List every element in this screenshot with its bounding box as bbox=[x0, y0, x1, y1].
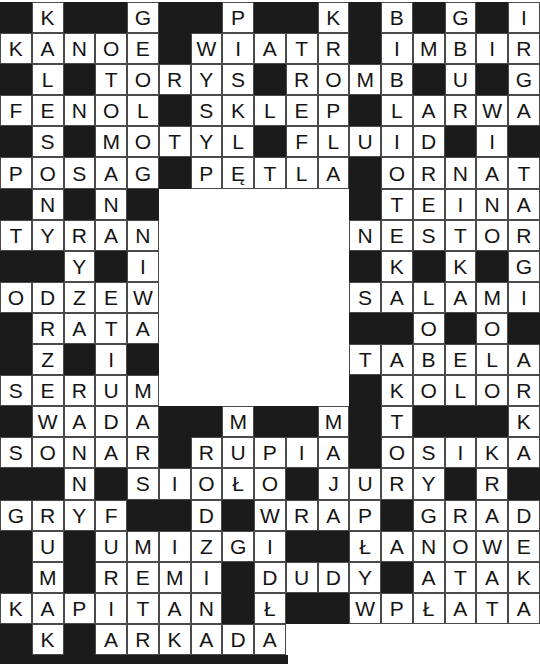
void-r8c7 bbox=[191, 220, 223, 251]
letter-cell-r3c6[interactable]: R bbox=[159, 64, 191, 95]
void-r7c7 bbox=[191, 189, 223, 220]
letter-cell-r1c2[interactable]: K bbox=[32, 2, 64, 33]
black-cell-r18c3 bbox=[64, 531, 96, 562]
letter-cell-r10c5[interactable]: W bbox=[127, 282, 159, 313]
letter-cell-r13c16[interactable]: O bbox=[476, 375, 508, 406]
letter-cell-r9c5[interactable]: I bbox=[127, 251, 159, 282]
letter-cell-r11c5[interactable]: A bbox=[127, 313, 159, 344]
void-r21c14 bbox=[413, 624, 445, 655]
letter-cell-r19c4[interactable]: R bbox=[95, 562, 127, 593]
void-r10c9 bbox=[254, 282, 286, 313]
letter-cell-r16c16[interactable]: R bbox=[476, 468, 508, 499]
letter-cell-r19c6[interactable]: M bbox=[159, 562, 191, 593]
letter-cell-r12c13[interactable]: A bbox=[381, 344, 413, 375]
letter-cell-r13c1[interactable]: S bbox=[0, 375, 32, 406]
black-cell-r6c6 bbox=[159, 157, 191, 188]
letter-cell-r21c5[interactable]: R bbox=[127, 624, 159, 655]
black-cell-r11c15 bbox=[445, 313, 477, 344]
letter-cell-r12c12[interactable]: T bbox=[349, 344, 381, 375]
letter-cell-r4c3[interactable]: N bbox=[64, 95, 96, 126]
letter-cell-r6c1[interactable]: P bbox=[0, 157, 32, 188]
void-r9c6 bbox=[159, 251, 191, 282]
letter-cell-r20c1[interactable]: K bbox=[0, 593, 32, 624]
letter-cell-r17c11[interactable]: A bbox=[318, 500, 350, 531]
letter-cell-r3c12[interactable]: M bbox=[349, 64, 381, 95]
letter-cell-r11c2[interactable]: R bbox=[32, 313, 64, 344]
letter-cell-r11c16[interactable]: O bbox=[476, 313, 508, 344]
letter-cell-r1c17[interactable]: I bbox=[508, 2, 540, 33]
letter-cell-r5c6[interactable]: T bbox=[159, 126, 191, 157]
void-r21c13 bbox=[381, 624, 413, 655]
letter-cell-r2c2[interactable]: A bbox=[32, 33, 64, 64]
letter-cell-r15c1[interactable]: S bbox=[0, 437, 32, 468]
letter-cell-r5c12[interactable]: U bbox=[349, 126, 381, 157]
letter-cell-r16c13[interactable]: R bbox=[381, 468, 413, 499]
letter-cell-r9c13[interactable]: K bbox=[381, 251, 413, 282]
letter-cell-r12c4[interactable]: I bbox=[95, 344, 127, 375]
letter-cell-r4c13[interactable]: L bbox=[381, 95, 413, 126]
void-r21c10 bbox=[286, 624, 318, 655]
letter-cell-r11c3[interactable]: A bbox=[64, 313, 96, 344]
letter-cell-r17c4[interactable]: F bbox=[95, 500, 127, 531]
letter-cell-r3c4[interactable]: T bbox=[95, 64, 127, 95]
void-r7c8 bbox=[222, 189, 254, 220]
black-cell-r11c1 bbox=[0, 313, 32, 344]
letter-cell-r10c3[interactable]: Z bbox=[64, 282, 96, 313]
void-r21c15 bbox=[445, 624, 477, 655]
letter-cell-r13c4[interactable]: U bbox=[95, 375, 127, 406]
letter-cell-r3c8[interactable]: S bbox=[222, 64, 254, 95]
black-cell-r17c5 bbox=[127, 500, 159, 531]
letter-cell-r10c14[interactable]: L bbox=[413, 282, 445, 313]
letter-cell-r4c15[interactable]: R bbox=[445, 95, 477, 126]
letter-cell-r19c10[interactable]: U bbox=[286, 562, 318, 593]
black-cell-r19c1 bbox=[0, 562, 32, 593]
letter-cell-r10c4[interactable]: E bbox=[95, 282, 127, 313]
letter-cell-r6c16[interactable]: A bbox=[476, 157, 508, 188]
letter-cell-r17c10[interactable]: R bbox=[286, 500, 318, 531]
letter-cell-r11c4[interactable]: T bbox=[95, 313, 127, 344]
letter-cell-r17c9[interactable]: W bbox=[254, 500, 286, 531]
letter-cell-r17c3[interactable]: Y bbox=[64, 500, 96, 531]
letter-cell-r16c14[interactable]: Y bbox=[413, 468, 445, 499]
letter-cell-r17c7[interactable]: D bbox=[191, 500, 223, 531]
letter-cell-r20c7[interactable]: N bbox=[191, 593, 223, 624]
letter-cell-r2c14[interactable]: M bbox=[413, 33, 445, 64]
letter-cell-r4c16[interactable]: W bbox=[476, 95, 508, 126]
letter-cell-r4c1[interactable]: F bbox=[0, 95, 32, 126]
letter-cell-r7c16[interactable]: N bbox=[476, 189, 508, 220]
black-cell-r13c12 bbox=[349, 375, 381, 406]
black-cell-r7c12 bbox=[349, 189, 381, 220]
black-cell-r9c16 bbox=[476, 251, 508, 282]
black-cell-r3c3 bbox=[64, 64, 96, 95]
letter-cell-r8c1[interactable]: T bbox=[0, 220, 32, 251]
crossword-board: KGPKBGIKANOEWIATRIMBIRLTORYSROMBUGFENOLS… bbox=[0, 2, 540, 655]
letter-cell-r3c7[interactable]: Y bbox=[191, 64, 223, 95]
letter-cell-r12c2[interactable]: Z bbox=[32, 344, 64, 375]
letter-cell-r20c15[interactable]: A bbox=[445, 593, 477, 624]
black-cell-r14c1 bbox=[0, 406, 32, 437]
letter-cell-r10c16[interactable]: M bbox=[476, 282, 508, 313]
letter-cell-r19c11[interactable]: D bbox=[318, 562, 350, 593]
black-cell-r14c14 bbox=[413, 406, 445, 437]
black-cell-r16c10 bbox=[286, 468, 318, 499]
letter-cell-r19c5[interactable]: E bbox=[127, 562, 159, 593]
letter-cell-r6c3[interactable]: S bbox=[64, 157, 96, 188]
black-cell-r1c9 bbox=[254, 2, 286, 33]
letter-cell-r5c7[interactable]: Y bbox=[191, 126, 223, 157]
letter-cell-r10c12[interactable]: S bbox=[349, 282, 381, 313]
letter-cell-r7c4[interactable]: N bbox=[95, 189, 127, 220]
letter-cell-r5c10[interactable]: F bbox=[286, 126, 318, 157]
black-cell-r16c4 bbox=[95, 468, 127, 499]
black-cell-r16c1 bbox=[0, 468, 32, 499]
letter-cell-r15c2[interactable]: O bbox=[32, 437, 64, 468]
letter-cell-r17c1[interactable]: G bbox=[0, 500, 32, 531]
letter-cell-r15c17[interactable]: A bbox=[508, 437, 540, 468]
void-r13c6 bbox=[159, 375, 191, 406]
letter-cell-r16c5[interactable]: S bbox=[127, 468, 159, 499]
letter-cell-r7c13[interactable]: T bbox=[381, 189, 413, 220]
black-cell-r9c14 bbox=[413, 251, 445, 282]
letter-cell-r15c7[interactable]: R bbox=[191, 437, 223, 468]
letter-cell-r9c17[interactable]: G bbox=[508, 251, 540, 282]
letter-cell-r6c10[interactable]: L bbox=[286, 157, 318, 188]
letter-cell-r19c17[interactable]: K bbox=[508, 562, 540, 593]
letter-cell-r6c13[interactable]: O bbox=[381, 157, 413, 188]
letter-cell-r21c7[interactable]: A bbox=[191, 624, 223, 655]
letter-cell-r4c9[interactable]: L bbox=[254, 95, 286, 126]
letter-cell-r8c2[interactable]: Y bbox=[32, 220, 64, 251]
letter-cell-r8c3[interactable]: R bbox=[64, 220, 96, 251]
black-cell-r5c1 bbox=[0, 126, 32, 157]
letter-cell-r8c14[interactable]: S bbox=[413, 220, 445, 251]
letter-cell-r16c3[interactable]: N bbox=[64, 468, 96, 499]
letter-cell-r4c17[interactable]: A bbox=[508, 95, 540, 126]
black-cell-r2c6 bbox=[159, 33, 191, 64]
letter-cell-r17c16[interactable]: A bbox=[476, 500, 508, 531]
letter-cell-r10c1[interactable]: O bbox=[0, 282, 32, 313]
letter-cell-r14c17[interactable]: K bbox=[508, 406, 540, 437]
letter-cell-r21c4[interactable]: A bbox=[95, 624, 127, 655]
letter-cell-r17c12[interactable]: P bbox=[349, 500, 381, 531]
void-r9c7 bbox=[191, 251, 223, 282]
letter-cell-r20c2[interactable]: A bbox=[32, 593, 64, 624]
letter-cell-r21c2[interactable]: K bbox=[32, 624, 64, 655]
black-cell-r7c3 bbox=[64, 189, 96, 220]
letter-cell-r8c17[interactable]: R bbox=[508, 220, 540, 251]
letter-cell-r16c6[interactable]: I bbox=[159, 468, 191, 499]
letter-cell-r14c3[interactable]: A bbox=[64, 406, 96, 437]
black-cell-r1c16 bbox=[476, 2, 508, 33]
void-r10c10 bbox=[286, 282, 318, 313]
letter-cell-r6c11[interactable]: A bbox=[318, 157, 350, 188]
black-cell-r14c16 bbox=[476, 406, 508, 437]
letter-cell-r3c10[interactable]: R bbox=[286, 64, 318, 95]
letter-cell-r5c13[interactable]: I bbox=[381, 126, 413, 157]
black-cell-r21c1 bbox=[0, 624, 32, 655]
letter-cell-r6c2[interactable]: O bbox=[32, 157, 64, 188]
letter-cell-r17c17[interactable]: D bbox=[508, 500, 540, 531]
letter-cell-r15c5[interactable]: R bbox=[127, 437, 159, 468]
black-cell-r1c3 bbox=[64, 2, 96, 33]
letter-cell-r13c17[interactable]: R bbox=[508, 375, 540, 406]
letter-cell-r8c12[interactable]: N bbox=[349, 220, 381, 251]
letter-cell-r2c13[interactable]: I bbox=[381, 33, 413, 64]
void-r12c10 bbox=[286, 344, 318, 375]
letter-cell-r2c10[interactable]: T bbox=[286, 33, 318, 64]
letter-cell-r2c15[interactable]: B bbox=[445, 33, 477, 64]
letter-cell-r5c16[interactable]: I bbox=[476, 126, 508, 157]
letter-cell-r18c6[interactable]: I bbox=[159, 531, 191, 562]
void-r11c11 bbox=[318, 313, 350, 344]
letter-cell-r8c16[interactable]: O bbox=[476, 220, 508, 251]
letter-cell-r6c15[interactable]: N bbox=[445, 157, 477, 188]
letter-cell-r13c14[interactable]: O bbox=[413, 375, 445, 406]
letter-cell-r13c2[interactable]: E bbox=[32, 375, 64, 406]
void-r11c10 bbox=[286, 313, 318, 344]
letter-cell-r6c7[interactable]: P bbox=[191, 157, 223, 188]
black-cell-r14c12 bbox=[349, 406, 381, 437]
letter-cell-r1c15[interactable]: G bbox=[445, 2, 477, 33]
void-r7c10 bbox=[286, 189, 318, 220]
letter-cell-r17c14[interactable]: G bbox=[413, 500, 445, 531]
letter-cell-r2c3[interactable]: N bbox=[64, 33, 96, 64]
letter-cell-r1c8[interactable]: P bbox=[222, 2, 254, 33]
letter-cell-r16c7[interactable]: O bbox=[191, 468, 223, 499]
letter-cell-r13c13[interactable]: K bbox=[381, 375, 413, 406]
letter-cell-r5c8[interactable]: L bbox=[222, 126, 254, 157]
letter-cell-r15c16[interactable]: K bbox=[476, 437, 508, 468]
letter-cell-r19c7[interactable]: I bbox=[191, 562, 223, 593]
letter-cell-r8c4[interactable]: A bbox=[95, 220, 127, 251]
void-r12c6 bbox=[159, 344, 191, 375]
letter-cell-r18c17[interactable]: E bbox=[508, 531, 540, 562]
letter-cell-r11c14[interactable]: O bbox=[413, 313, 445, 344]
letter-cell-r4c5[interactable]: L bbox=[127, 95, 159, 126]
black-cell-r17c13 bbox=[381, 500, 413, 531]
letter-cell-r12c16[interactable]: L bbox=[476, 344, 508, 375]
letter-cell-r6c14[interactable]: R bbox=[413, 157, 445, 188]
letter-cell-r18c12[interactable]: Ł bbox=[349, 531, 381, 562]
letter-cell-r18c5[interactable]: M bbox=[127, 531, 159, 562]
void-r21c11 bbox=[318, 624, 350, 655]
letter-cell-r19c12[interactable]: Y bbox=[349, 562, 381, 593]
letter-cell-r15c10[interactable]: I bbox=[286, 437, 318, 468]
letter-cell-r6c4[interactable]: A bbox=[95, 157, 127, 188]
letter-cell-r18c14[interactable]: N bbox=[413, 531, 445, 562]
void-r7c9 bbox=[254, 189, 286, 220]
letter-cell-r19c16[interactable]: A bbox=[476, 562, 508, 593]
letter-cell-r17c15[interactable]: R bbox=[445, 500, 477, 531]
black-cell-r1c10 bbox=[286, 2, 318, 33]
letter-cell-r2c4[interactable]: O bbox=[95, 33, 127, 64]
letter-cell-r2c9[interactable]: A bbox=[254, 33, 286, 64]
letter-cell-r1c13[interactable]: B bbox=[381, 2, 413, 33]
black-cell-r18c11 bbox=[318, 531, 350, 562]
letter-cell-r6c17[interactable]: T bbox=[508, 157, 540, 188]
black-cell-r21c3 bbox=[64, 624, 96, 655]
letter-cell-r2c5[interactable]: E bbox=[127, 33, 159, 64]
letter-cell-r4c11[interactable]: P bbox=[318, 95, 350, 126]
letter-cell-r14c13[interactable]: T bbox=[381, 406, 413, 437]
letter-cell-r3c13[interactable]: B bbox=[381, 64, 413, 95]
letter-cell-r10c13[interactable]: A bbox=[381, 282, 413, 313]
black-cell-r14c15 bbox=[445, 406, 477, 437]
letter-cell-r10c2[interactable]: D bbox=[32, 282, 64, 313]
letter-cell-r20c9[interactable]: Ł bbox=[254, 593, 286, 624]
void-r12c7 bbox=[191, 344, 223, 375]
letter-cell-r2c1[interactable]: K bbox=[0, 33, 32, 64]
letter-cell-r20c6[interactable]: A bbox=[159, 593, 191, 624]
letter-cell-r14c11[interactable]: M bbox=[318, 406, 350, 437]
letter-cell-r20c17[interactable]: A bbox=[508, 593, 540, 624]
letter-cell-r4c14[interactable]: A bbox=[413, 95, 445, 126]
letter-cell-r6c5[interactable]: G bbox=[127, 157, 159, 188]
letter-cell-r2c17[interactable]: R bbox=[508, 33, 540, 64]
letter-cell-r13c3[interactable]: R bbox=[64, 375, 96, 406]
letter-cell-r6c9[interactable]: T bbox=[254, 157, 286, 188]
letter-cell-r20c14[interactable]: Ł bbox=[413, 593, 445, 624]
letter-cell-r15c13[interactable]: O bbox=[381, 437, 413, 468]
letter-cell-r14c5[interactable]: A bbox=[127, 406, 159, 437]
black-cell-r5c9 bbox=[254, 126, 286, 157]
black-cell-r14c10 bbox=[286, 406, 318, 437]
letter-cell-r18c7[interactable]: Z bbox=[191, 531, 223, 562]
letter-cell-r20c12[interactable]: W bbox=[349, 593, 381, 624]
letter-cell-r19c14[interactable]: A bbox=[413, 562, 445, 593]
letter-cell-r2c7[interactable]: W bbox=[191, 33, 223, 64]
letter-cell-r7c14[interactable]: E bbox=[413, 189, 445, 220]
void-r21c12 bbox=[349, 624, 381, 655]
void-r9c10 bbox=[286, 251, 318, 282]
letter-cell-r3c11[interactable]: O bbox=[318, 64, 350, 95]
letter-cell-r15c15[interactable]: I bbox=[445, 437, 477, 468]
letter-cell-r19c15[interactable]: T bbox=[445, 562, 477, 593]
letter-cell-r4c7[interactable]: S bbox=[191, 95, 223, 126]
crossword-stage: KGPKBGIKANOEWIATRIMBIRLTORYSROMBUGFENOLS… bbox=[0, 0, 540, 664]
black-cell-r7c5 bbox=[127, 189, 159, 220]
letter-cell-r21c6[interactable]: K bbox=[159, 624, 191, 655]
void-r11c7 bbox=[191, 313, 223, 344]
letter-cell-r21c9[interactable]: A bbox=[254, 624, 286, 655]
letter-cell-r4c2[interactable]: E bbox=[32, 95, 64, 126]
letter-cell-r6c8[interactable]: Ę bbox=[222, 157, 254, 188]
board-bottom-border bbox=[0, 655, 288, 664]
letter-cell-r3c17[interactable]: G bbox=[508, 64, 540, 95]
letter-cell-r18c2[interactable]: U bbox=[32, 531, 64, 562]
letter-cell-r14c4[interactable]: D bbox=[95, 406, 127, 437]
letter-cell-r20c4[interactable]: I bbox=[95, 593, 127, 624]
letter-cell-r1c5[interactable]: G bbox=[127, 2, 159, 33]
letter-cell-r2c11[interactable]: R bbox=[318, 33, 350, 64]
letter-cell-r18c13[interactable]: A bbox=[381, 531, 413, 562]
letter-cell-r15c4[interactable]: A bbox=[95, 437, 127, 468]
letter-cell-r15c3[interactable]: N bbox=[64, 437, 96, 468]
letter-cell-r18c15[interactable]: O bbox=[445, 531, 477, 562]
black-cell-r18c10 bbox=[286, 531, 318, 562]
black-cell-r11c17 bbox=[508, 313, 540, 344]
letter-cell-r18c4[interactable]: U bbox=[95, 531, 127, 562]
letter-cell-r4c10[interactable]: E bbox=[286, 95, 318, 126]
letter-cell-r13c15[interactable]: L bbox=[445, 375, 477, 406]
black-cell-r9c1 bbox=[0, 251, 32, 282]
letter-cell-r5c11[interactable]: L bbox=[318, 126, 350, 157]
letter-cell-r4c8[interactable]: K bbox=[222, 95, 254, 126]
letter-cell-r15c8[interactable]: U bbox=[222, 437, 254, 468]
letter-cell-r4c4[interactable]: O bbox=[95, 95, 127, 126]
letter-cell-r20c16[interactable]: T bbox=[476, 593, 508, 624]
letter-cell-r19c2[interactable]: M bbox=[32, 562, 64, 593]
letter-cell-r20c13[interactable]: P bbox=[381, 593, 413, 624]
letter-cell-r7c15[interactable]: I bbox=[445, 189, 477, 220]
black-cell-r20c8 bbox=[222, 593, 254, 624]
void-r13c11 bbox=[318, 375, 350, 406]
letter-cell-r10c17[interactable]: I bbox=[508, 282, 540, 313]
letter-cell-r1c11[interactable]: K bbox=[318, 2, 350, 33]
letter-cell-r7c17[interactable]: A bbox=[508, 189, 540, 220]
letter-cell-r16c9[interactable]: O bbox=[254, 468, 286, 499]
letter-cell-r9c15[interactable]: K bbox=[445, 251, 477, 282]
letter-cell-r5c2[interactable]: S bbox=[32, 126, 64, 157]
void-r11c8 bbox=[222, 313, 254, 344]
void-r10c7 bbox=[191, 282, 223, 313]
letter-cell-r8c5[interactable]: N bbox=[127, 220, 159, 251]
letter-cell-r12c14[interactable]: B bbox=[413, 344, 445, 375]
letter-cell-r12c15[interactable]: E bbox=[445, 344, 477, 375]
letter-cell-r13c5[interactable]: M bbox=[127, 375, 159, 406]
letter-cell-r16c12[interactable]: U bbox=[349, 468, 381, 499]
letter-cell-r8c13[interactable]: E bbox=[381, 220, 413, 251]
letter-cell-r3c5[interactable]: O bbox=[127, 64, 159, 95]
letter-cell-r20c5[interactable]: T bbox=[127, 593, 159, 624]
letter-cell-r7c2[interactable]: N bbox=[32, 189, 64, 220]
letter-cell-r5c5[interactable]: O bbox=[127, 126, 159, 157]
letter-cell-r2c16[interactable]: I bbox=[476, 33, 508, 64]
letter-cell-r20c3[interactable]: P bbox=[64, 593, 96, 624]
letter-cell-r10c15[interactable]: A bbox=[445, 282, 477, 313]
void-r13c9 bbox=[254, 375, 286, 406]
void-r9c11 bbox=[318, 251, 350, 282]
letter-cell-r19c9[interactable]: D bbox=[254, 562, 286, 593]
letter-cell-r21c8[interactable]: D bbox=[222, 624, 254, 655]
letter-cell-r18c8[interactable]: G bbox=[222, 531, 254, 562]
letter-cell-r16c8[interactable]: Ł bbox=[222, 468, 254, 499]
letter-cell-r2c8[interactable]: I bbox=[222, 33, 254, 64]
letter-cell-r15c14[interactable]: S bbox=[413, 437, 445, 468]
letter-cell-r5c14[interactable]: D bbox=[413, 126, 445, 157]
letter-cell-r3c2[interactable]: L bbox=[32, 64, 64, 95]
letter-cell-r15c9[interactable]: P bbox=[254, 437, 286, 468]
letter-cell-r17c2[interactable]: R bbox=[32, 500, 64, 531]
black-cell-r7c1 bbox=[0, 189, 32, 220]
black-cell-r1c6 bbox=[159, 2, 191, 33]
letter-cell-r18c16[interactable]: W bbox=[476, 531, 508, 562]
letter-cell-r3c15[interactable]: U bbox=[445, 64, 477, 95]
black-cell-r2c12 bbox=[349, 33, 381, 64]
letter-cell-r15c11[interactable]: A bbox=[318, 437, 350, 468]
letter-cell-r14c8[interactable]: M bbox=[222, 406, 254, 437]
void-r13c8 bbox=[222, 375, 254, 406]
letter-cell-r9c3[interactable]: Y bbox=[64, 251, 96, 282]
letter-cell-r8c15[interactable]: T bbox=[445, 220, 477, 251]
letter-cell-r5c4[interactable]: M bbox=[95, 126, 127, 157]
letter-cell-r14c2[interactable]: W bbox=[32, 406, 64, 437]
letter-cell-r18c9[interactable]: I bbox=[254, 531, 286, 562]
letter-cell-r16c11[interactable]: J bbox=[318, 468, 350, 499]
letter-cell-r12c17[interactable]: A bbox=[508, 344, 540, 375]
